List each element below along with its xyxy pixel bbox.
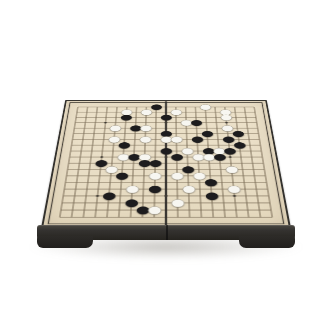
white-stone[interactable]: ● bbox=[225, 165, 239, 172]
board-surface[interactable]: ●●●●●●●●●●●●●●●●●●●●●●●●●●●●●●●●●●●●●●●●… bbox=[41, 100, 291, 228]
white-stone[interactable]: ● bbox=[109, 124, 121, 130]
white-stone[interactable]: ● bbox=[170, 136, 182, 143]
base-foot-left bbox=[37, 236, 93, 248]
white-stone[interactable]: ● bbox=[199, 104, 211, 110]
scene: ●●●●●●●●●●●●●●●●●●●●●●●●●●●●●●●●●●●●●●●●… bbox=[0, 0, 332, 332]
white-stone[interactable]: ● bbox=[140, 109, 152, 115]
black-stone[interactable]: ● bbox=[160, 114, 172, 120]
white-stone[interactable]: ● bbox=[125, 185, 139, 193]
white-stone[interactable]: ● bbox=[147, 205, 161, 213]
black-stone[interactable]: ● bbox=[115, 172, 128, 180]
white-stone[interactable]: ● bbox=[139, 136, 151, 143]
white-stone[interactable]: ● bbox=[182, 185, 195, 193]
white-stone[interactable]: ● bbox=[140, 124, 152, 130]
black-stone[interactable]: ● bbox=[102, 191, 116, 199]
black-stone[interactable]: ● bbox=[170, 153, 183, 160]
black-stone[interactable]: ● bbox=[204, 178, 218, 186]
black-stone[interactable]: ● bbox=[213, 153, 226, 160]
black-stone[interactable]: ● bbox=[191, 136, 203, 143]
base-center-seam bbox=[166, 225, 168, 240]
black-stone[interactable]: ● bbox=[120, 114, 132, 120]
black-stone[interactable]: ● bbox=[205, 191, 219, 199]
white-stone[interactable]: ● bbox=[171, 198, 185, 206]
black-stone[interactable]: ● bbox=[149, 159, 162, 166]
black-stone[interactable]: ● bbox=[148, 185, 161, 193]
base-foot-right bbox=[239, 236, 295, 248]
go-board[interactable]: ●●●●●●●●●●●●●●●●●●●●●●●●●●●●●●●●●●●●●●●●… bbox=[41, 100, 291, 228]
white-stone[interactable]: ● bbox=[220, 114, 232, 120]
white-stone[interactable]: ● bbox=[171, 172, 184, 180]
go-set-product-photo: ●●●●●●●●●●●●●●●●●●●●●●●●●●●●●●●●●●●●●●●●… bbox=[0, 0, 332, 332]
black-stone[interactable]: ● bbox=[118, 141, 131, 148]
white-stone[interactable]: ● bbox=[227, 185, 241, 193]
stones-layer: ●●●●●●●●●●●●●●●●●●●●●●●●●●●●●●●●●●●●●●●●… bbox=[43, 101, 289, 227]
white-stone[interactable]: ● bbox=[148, 172, 161, 180]
black-stone[interactable]: ● bbox=[190, 119, 202, 125]
